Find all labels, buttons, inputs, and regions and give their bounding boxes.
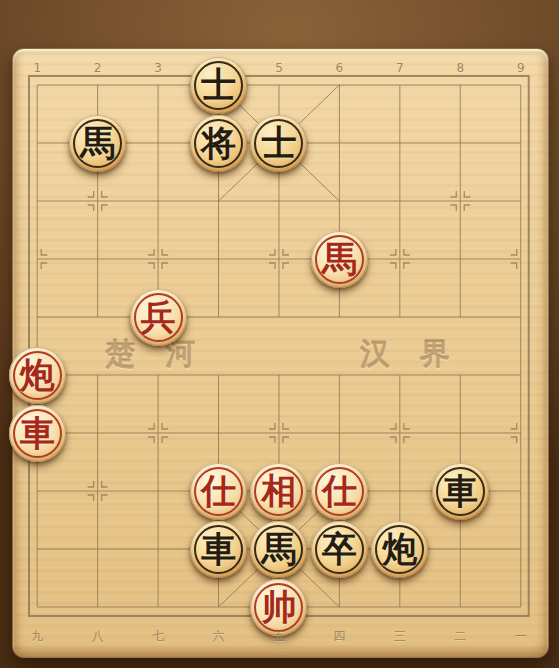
piece-black-general[interactable]: 将	[190, 115, 247, 172]
piece-red-general[interactable]: 帅	[250, 579, 307, 636]
file-label: 六	[188, 629, 248, 644]
piece-black-cannon[interactable]: 炮	[371, 521, 428, 578]
piece-glyph: 士	[261, 125, 296, 160]
file-labels-bottom: 九八七六五四三二一	[7, 629, 551, 644]
file-label: 二	[430, 629, 490, 644]
piece-glyph: 馬	[80, 125, 115, 160]
piece-black-horse[interactable]: 馬	[250, 521, 307, 578]
file-label: 八	[67, 629, 127, 644]
piece-red-cannon[interactable]: 炮	[9, 347, 66, 404]
piece-glyph: 車	[201, 531, 236, 566]
piece-black-advisor[interactable]: 士	[250, 115, 307, 172]
xiangqi-app: 123456789 楚河 汉界 士馬将士馬兵炮車仕相仕車車馬卒炮帅 九八七六五四…	[0, 0, 559, 668]
piece-glyph: 兵	[141, 299, 176, 334]
file-label: 一	[491, 629, 551, 644]
file-label: 四	[309, 629, 369, 644]
piece-glyph: 馬	[322, 241, 357, 276]
piece-red-elephant[interactable]: 相	[250, 463, 307, 520]
piece-red-chariot[interactable]: 車	[9, 405, 66, 462]
piece-glyph: 炮	[20, 357, 55, 392]
file-label: 三	[370, 629, 430, 644]
file-label: 九	[7, 629, 67, 644]
piece-glyph: 馬	[261, 531, 296, 566]
piece-red-advisor[interactable]: 仕	[190, 463, 247, 520]
piece-glyph: 将	[201, 125, 236, 160]
pieces-layer: 士馬将士馬兵炮車仕相仕車車馬卒炮帅	[7, 56, 551, 636]
piece-glyph: 仕	[322, 473, 357, 508]
piece-glyph: 車	[20, 415, 55, 450]
piece-glyph: 帅	[261, 589, 296, 624]
piece-red-advisor[interactable]: 仕	[311, 463, 368, 520]
piece-glyph: 仕	[201, 473, 236, 508]
piece-glyph: 炮	[382, 531, 417, 566]
piece-black-soldier[interactable]: 卒	[311, 521, 368, 578]
piece-glyph: 卒	[322, 531, 357, 566]
piece-black-chariot[interactable]: 車	[190, 521, 247, 578]
file-label: 五	[249, 629, 309, 644]
file-label: 七	[128, 629, 188, 644]
piece-glyph: 士	[201, 67, 236, 102]
piece-black-chariot[interactable]: 車	[432, 463, 489, 520]
piece-red-horse[interactable]: 馬	[311, 231, 368, 288]
piece-glyph: 相	[261, 473, 296, 508]
piece-red-soldier[interactable]: 兵	[130, 289, 187, 346]
piece-black-horse[interactable]: 馬	[69, 115, 126, 172]
piece-glyph: 車	[443, 473, 478, 508]
piece-black-advisor[interactable]: 士	[190, 57, 247, 114]
